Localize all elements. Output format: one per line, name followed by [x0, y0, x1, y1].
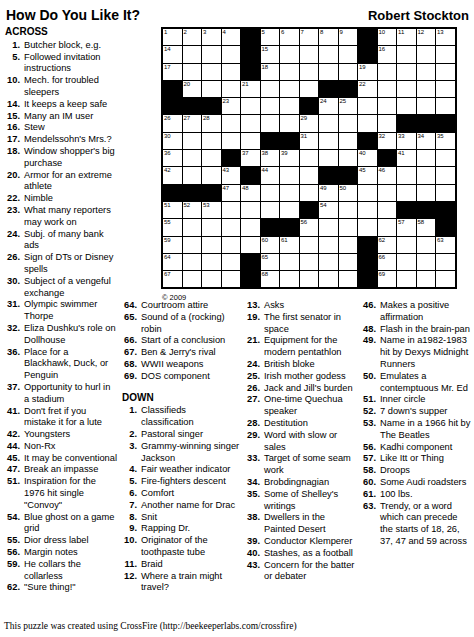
grid-cell-r12c10[interactable] — [339, 219, 358, 235]
crossword-page: How Do You Like It? Robert Stockton 1234… — [0, 0, 474, 637]
grid-cell-r7c1[interactable]: 30 — [163, 133, 182, 149]
grid-cell-r11c11[interactable] — [358, 202, 377, 218]
grid-cell-r3c9[interactable] — [319, 64, 338, 80]
clue-text: Break an impasse — [24, 464, 98, 474]
grid-cell-r2c14[interactable] — [417, 46, 436, 62]
grid-cell-r11c2[interactable]: 52 — [183, 202, 202, 218]
clue-number: 12. — [122, 571, 137, 583]
black-square — [241, 167, 260, 183]
black-square — [241, 271, 260, 287]
clue-across-15: 15.Many an IM user — [5, 111, 118, 123]
grid-cell-r15c13[interactable] — [397, 271, 416, 287]
clue-across-32: 32.Eliza Dushku's role on Dollhouse — [5, 323, 118, 347]
grid-cell-r6c10[interactable] — [339, 115, 358, 131]
grid-cell-r14c14[interactable] — [417, 254, 436, 270]
grid-cell-r5c6[interactable] — [261, 98, 280, 114]
grid-cell-r2c8[interactable] — [300, 46, 319, 62]
grid-cell-r6c7[interactable] — [280, 115, 299, 131]
clue-number: 42. — [5, 429, 20, 441]
grid-cell-r10c8[interactable] — [300, 185, 319, 201]
cell-number-1: 1 — [164, 29, 167, 36]
grid-cell-r10c13[interactable] — [397, 185, 416, 201]
grid-cell-r9c11[interactable]: 45 — [358, 167, 377, 183]
grid-cell-r7c5[interactable] — [241, 133, 260, 149]
grid-cell-r15c14[interactable] — [417, 271, 436, 287]
black-square — [241, 64, 260, 80]
clue-text: Subject of a vengeful exchange — [24, 276, 111, 298]
grid-cell-r4c15[interactable] — [436, 81, 455, 97]
grid-cell-r4c13[interactable] — [397, 81, 416, 97]
grid-cell-r1c10[interactable]: 9 — [339, 29, 358, 45]
grid-cell-r1c3[interactable]: 3 — [202, 29, 221, 45]
grid-cell-r13c5[interactable] — [241, 237, 260, 253]
clue-across-23: 23.What many reporters may work on — [5, 205, 118, 229]
grid-cell-r13c14[interactable] — [417, 237, 436, 253]
puzzle-title: How Do You Like It? — [6, 7, 140, 23]
clue-across-1: 1.Butcher block, e.g. — [5, 40, 118, 52]
grid-cell-r9c14[interactable] — [417, 167, 436, 183]
grid-cell-r14c8[interactable] — [300, 254, 319, 270]
grid-cell-r10c14[interactable] — [417, 185, 436, 201]
grid-cell-r9c2[interactable] — [183, 167, 202, 183]
clue-down-39: 39.Conductor Klemperer — [245, 536, 358, 548]
clue-number: 1. — [122, 405, 137, 417]
grid-cell-r12c4[interactable] — [222, 219, 241, 235]
clue-down-57: 57.Like Itt or Thing — [361, 453, 472, 465]
grid-cell-r14c4[interactable] — [222, 254, 241, 270]
clue-down-53: 53.Name in a 1966 hit by The Beatles — [361, 418, 472, 442]
cell-number-12: 12 — [418, 29, 425, 36]
clue-text: Subj. of many bank ads — [24, 229, 104, 251]
grid-cell-r3c10[interactable] — [339, 64, 358, 80]
grid-cell-r10c15[interactable] — [436, 185, 455, 201]
grid-cell-r1c2[interactable]: 2 — [183, 29, 202, 45]
grid-cell-r15c9[interactable] — [319, 271, 338, 287]
grid-cell-r3c15[interactable] — [436, 64, 455, 80]
grid-cell-r15c4[interactable] — [222, 271, 241, 287]
grid-cell-r9c15[interactable] — [436, 167, 455, 183]
grid-cell-r14c2[interactable] — [183, 254, 202, 270]
clue-across-62: 62."Sure thing!" — [5, 582, 118, 594]
grid-cell-r3c1[interactable]: 17 — [163, 64, 182, 80]
clue-number: 24. — [245, 359, 260, 371]
grid-cell-r5c5[interactable] — [241, 98, 260, 114]
cell-number-19: 19 — [359, 64, 366, 71]
clue-down-52: 52.7 down's supper — [361, 406, 472, 418]
cell-number-48: 48 — [242, 185, 249, 192]
grid-cell-r13c6[interactable]: 60 — [261, 237, 280, 253]
black-square — [280, 219, 299, 235]
clue-number: 15. — [5, 111, 20, 123]
grid-cell-r1c8[interactable]: 7 — [300, 29, 319, 45]
grid-cell-r1c1[interactable]: 1 — [163, 29, 182, 45]
grid-cell-r5c7[interactable] — [280, 98, 299, 114]
clue-number: 27. — [245, 394, 260, 406]
grid-cell-r13c4[interactable] — [222, 237, 241, 253]
clue-text: Pastoral singer — [141, 429, 203, 439]
cell-number-65: 65 — [262, 254, 269, 261]
grid-cell-r12c13[interactable]: 57 — [397, 219, 416, 235]
clue-text: Destitution — [264, 418, 308, 428]
grid-cell-r11c1[interactable]: 51 — [163, 202, 182, 218]
grid-cell-r6c6[interactable] — [261, 115, 280, 131]
grid-cell-r9c3[interactable] — [202, 167, 221, 183]
grid-cell-r6c9[interactable] — [319, 115, 338, 131]
grid-cell-r6c12[interactable] — [378, 115, 397, 131]
clue-across-66: 66.Start of a conclusion — [122, 335, 240, 347]
clue-number: 5. — [122, 476, 137, 488]
grid-cell-r7c12[interactable]: 32 — [378, 133, 397, 149]
grid-cell-r2c10[interactable] — [339, 46, 358, 62]
cell-number-57: 57 — [398, 219, 405, 226]
grid-cell-r11c10[interactable] — [339, 202, 358, 218]
clue-text: Stew — [24, 122, 45, 132]
black-square — [319, 81, 338, 97]
grid-cell-r9c4[interactable]: 43 — [222, 167, 241, 183]
clue-text: Trendy, or a word which can precede the … — [380, 501, 467, 546]
grid-cell-r15c12[interactable]: 69 — [378, 271, 397, 287]
grid-cell-r7c8[interactable]: 31 — [300, 133, 319, 149]
clue-down-3: 3.Grammy-winning singer Jackson — [122, 441, 240, 465]
across-clues-column: ACROSS 1.Butcher block, e.g.5.Followed i… — [5, 26, 118, 594]
grid-cell-r5c15[interactable] — [436, 98, 455, 114]
across-clues-1: 1.Butcher block, e.g.5.Followed invitati… — [5, 40, 118, 594]
grid-cell-r3c2[interactable] — [183, 64, 202, 80]
black-square — [163, 98, 182, 114]
grid-cell-r3c4[interactable] — [222, 64, 241, 80]
grid-cell-r9c8[interactable] — [300, 167, 319, 183]
black-square — [358, 271, 377, 287]
grid-cell-r13c2[interactable] — [183, 237, 202, 253]
clue-text: Fair weather indicator — [141, 464, 230, 474]
black-square — [378, 150, 397, 166]
grid-cell-r5c13[interactable] — [397, 98, 416, 114]
grid-cell-r6c1[interactable]: 26 — [163, 115, 182, 131]
grid-cell-r13c13[interactable] — [397, 237, 416, 253]
grid-cell-r4c8[interactable] — [300, 81, 319, 97]
grid-cell-r8c8[interactable] — [300, 150, 319, 166]
grid-cell-r14c15[interactable] — [436, 254, 455, 270]
grid-cell-r7c10[interactable] — [339, 133, 358, 149]
grid-cell-r8c1[interactable]: 36 — [163, 150, 182, 166]
clue-number: 53. — [361, 418, 376, 430]
clue-text: Nimble — [24, 193, 53, 203]
grid-cell-r6c8[interactable]: 29 — [300, 115, 319, 131]
grid-cell-r7c4[interactable] — [222, 133, 241, 149]
grid-cell-r14c10[interactable] — [339, 254, 358, 270]
grid-cell-r9c1[interactable]: 42 — [163, 167, 182, 183]
grid-cell-r12c8[interactable]: 56 — [300, 219, 319, 235]
cell-number-66: 66 — [379, 254, 386, 261]
cell-number-55: 55 — [164, 219, 171, 226]
clue-text: Mech. for troubled sleepers — [24, 75, 99, 97]
grid-cell-r8c15[interactable] — [436, 150, 455, 166]
clue-number: 39. — [245, 536, 260, 548]
black-square — [358, 46, 377, 62]
grid-cell-r13c1[interactable]: 59 — [163, 237, 182, 253]
grid-cell-r2c1[interactable]: 14 — [163, 46, 182, 62]
cell-number-3: 3 — [203, 29, 206, 36]
clue-number: 49. — [361, 335, 376, 347]
grid-cell-r10c9[interactable]: 49 — [319, 185, 338, 201]
clue-text: Makes a positive affirmation — [380, 300, 449, 322]
grid-cell-r11c7[interactable] — [280, 202, 299, 218]
grid-cell-r6c5[interactable] — [241, 115, 260, 131]
grid-cell-r8c11[interactable]: 40 — [358, 150, 377, 166]
grid-cell-r5c9[interactable]: 24 — [319, 98, 338, 114]
clue-number: 36. — [5, 347, 20, 359]
grid-cell-r8c3[interactable] — [202, 150, 221, 166]
grid-cell-r12c5[interactable] — [241, 219, 260, 235]
grid-cell-r14c3[interactable] — [202, 254, 221, 270]
grid-cell-r11c12[interactable] — [378, 202, 397, 218]
grid-cell-r8c7[interactable]: 39 — [280, 150, 299, 166]
clue-across-17: 17.Mendelssohn's Mrs.? — [5, 134, 118, 146]
grid-cell-r8c14[interactable] — [417, 150, 436, 166]
grid-cell-r15c15[interactable] — [436, 271, 455, 287]
grid-cell-r12c9[interactable] — [319, 219, 338, 235]
clue-text: Concern for the batter or debater — [264, 560, 354, 582]
grid-cell-r13c12[interactable]: 62 — [378, 237, 397, 253]
grid-cell-r8c2[interactable] — [183, 150, 202, 166]
clue-down-25: 25.Irish mother godess — [245, 371, 358, 383]
grid-cell-r7c14[interactable]: 34 — [417, 133, 436, 149]
grid-cell-r5c14[interactable] — [417, 98, 436, 114]
grid-cell-r9c6[interactable]: 44 — [261, 167, 280, 183]
grid-cell-r3c11[interactable]: 19 — [358, 64, 377, 80]
grid-cell-r12c12[interactable] — [378, 219, 397, 235]
clue-text: Conductor Klemperer — [264, 536, 352, 546]
grid-cell-r10c7[interactable] — [280, 185, 299, 201]
grid-cell-r1c12[interactable]: 10 — [378, 29, 397, 45]
clue-number: 29. — [245, 430, 260, 442]
clue-down-58: 58.Droops — [361, 465, 472, 477]
grid-cell-r5c12[interactable] — [378, 98, 397, 114]
grid-cell-r8c5[interactable]: 37 — [241, 150, 260, 166]
clue-down-13: 13.Asks — [245, 300, 358, 312]
grid-cell-r4c4[interactable] — [222, 81, 241, 97]
clue-number: 67. — [122, 347, 137, 359]
grid-cell-r15c10[interactable] — [339, 271, 358, 287]
grid-cell-r14c7[interactable] — [280, 254, 299, 270]
grid-cell-r10c12[interactable] — [378, 185, 397, 201]
grid-cell-r3c7[interactable] — [280, 64, 299, 80]
grid-cell-r15c8[interactable] — [300, 271, 319, 287]
grid-cell-r14c12[interactable]: 66 — [378, 254, 397, 270]
clue-down-24: 24.British bloke — [245, 359, 358, 371]
grid-cell-r13c10[interactable] — [339, 237, 358, 253]
clue-down-50: 50.Emulates a contemptuous Mr. Ed — [361, 371, 472, 395]
grid-cell-r1c14[interactable]: 12 — [417, 29, 436, 45]
black-square — [436, 115, 455, 131]
clue-across-16: 16.Stew — [5, 122, 118, 134]
grid-cell-r3c12[interactable] — [378, 64, 397, 80]
clue-number: 58. — [361, 465, 376, 477]
cell-number-17: 17 — [164, 64, 171, 71]
grid-cell-r7c15[interactable]: 35 — [436, 133, 455, 149]
grid-cell-r1c15[interactable]: 13 — [436, 29, 455, 45]
clue-text: Inner circle — [380, 394, 425, 404]
grid-cell-r15c1[interactable]: 67 — [163, 271, 182, 287]
grid-cell-r15c7[interactable] — [280, 271, 299, 287]
cell-number-8: 8 — [320, 29, 323, 36]
grid-cell-r4c12[interactable] — [378, 81, 397, 97]
grid-cell-r4c3[interactable] — [202, 81, 221, 97]
grid-cell-r6c11[interactable] — [358, 115, 377, 131]
clue-text: Equipment for the modern pentathlon — [264, 335, 342, 357]
grid-cell-r2c13[interactable] — [397, 46, 416, 62]
grid-cell-r6c3[interactable]: 28 — [202, 115, 221, 131]
grid-cell-r2c6[interactable]: 15 — [261, 46, 280, 62]
grid-cell-r11c6[interactable] — [261, 202, 280, 218]
cell-number-45: 45 — [359, 167, 366, 174]
grid-cell-r15c3[interactable] — [202, 271, 221, 287]
grid-cell-r14c1[interactable]: 64 — [163, 254, 182, 270]
grid-cell-r7c13[interactable]: 33 — [397, 133, 416, 149]
grid-cell-r13c15[interactable]: 63 — [436, 237, 455, 253]
grid-cell-r12c1[interactable]: 55 — [163, 219, 182, 235]
grid-cell-r1c13[interactable]: 11 — [397, 29, 416, 45]
grid-cell-r1c4[interactable]: 4 — [222, 29, 241, 45]
clue-number: 61. — [361, 489, 376, 501]
black-square — [300, 98, 319, 114]
clue-number: 13. — [245, 300, 260, 312]
clue-down-51: 51.Inner circle — [361, 394, 472, 406]
clue-text: Dwellers in the Painted Desert — [264, 512, 326, 534]
grid-cell-r10c10[interactable]: 50 — [339, 185, 358, 201]
grid-cell-r15c2[interactable] — [183, 271, 202, 287]
grid-cell-r3c8[interactable] — [300, 64, 319, 80]
grid-cell-r5c4[interactable]: 23 — [222, 98, 241, 114]
clue-number: 22. — [5, 193, 20, 205]
grid-cell-r3c14[interactable] — [417, 64, 436, 80]
grid-cell-r10c4[interactable]: 47 — [222, 185, 241, 201]
clue-down-1: 1.Classifieds classification — [122, 405, 240, 429]
cell-number-52: 52 — [184, 202, 191, 209]
grid-cell-r1c6[interactable]: 5 — [261, 29, 280, 45]
grid-cell-r14c6[interactable]: 65 — [261, 254, 280, 270]
grid-cell-r1c9[interactable]: 8 — [319, 29, 338, 45]
grid-cell-r2c2[interactable] — [183, 46, 202, 62]
grid-cell-r10c6[interactable] — [261, 185, 280, 201]
grid-cell-r9c13[interactable] — [397, 167, 416, 183]
grid-cell-r11c4[interactable] — [222, 202, 241, 218]
grid-cell-r9c12[interactable]: 46 — [378, 167, 397, 183]
grid-cell-r2c12[interactable]: 16 — [378, 46, 397, 62]
grid-cell-r3c3[interactable] — [202, 64, 221, 80]
cell-number-50: 50 — [340, 185, 347, 192]
grid-cell-r8c10[interactable] — [339, 150, 358, 166]
grid-cell-r11c5[interactable] — [241, 202, 260, 218]
grid-cell-r15c6[interactable]: 68 — [261, 271, 280, 287]
clue-across-26: 26.Sign of DTs or Disney spells — [5, 252, 118, 276]
cell-number-9: 9 — [340, 29, 343, 36]
clue-number: 6. — [122, 488, 137, 500]
grid-cell-r13c3[interactable] — [202, 237, 221, 253]
clues-column-3: 13.Asks19.The first senator in space21.E… — [245, 300, 358, 583]
cell-number-51: 51 — [164, 202, 171, 209]
grid-cell-r12c2[interactable] — [183, 219, 202, 235]
clue-text: Opportunity to hurl in a stadium — [24, 382, 110, 404]
clue-down-63: 63.Trendy, or a word which can precede t… — [361, 501, 472, 548]
grid-cell-r5c10[interactable]: 25 — [339, 98, 358, 114]
grid-cell-r7c2[interactable] — [183, 133, 202, 149]
cell-number-64: 64 — [164, 254, 171, 261]
grid-cell-r14c13[interactable] — [397, 254, 416, 270]
grid-cell-r4c7[interactable] — [280, 81, 299, 97]
black-square — [436, 202, 455, 218]
grid-cell-r7c3[interactable] — [202, 133, 221, 149]
grid-cell-r6c4[interactable] — [222, 115, 241, 131]
grid-cell-r8c9[interactable] — [319, 150, 338, 166]
grid-cell-r10c5[interactable]: 48 — [241, 185, 260, 201]
clue-down-27: 27.One-time Quechua speaker — [245, 394, 358, 418]
grid-cell-r11c9[interactable]: 54 — [319, 202, 338, 218]
grid-cell-r14c9[interactable] — [319, 254, 338, 270]
clue-across-22: 22.Nimble — [5, 193, 118, 205]
grid-cell-r8c13[interactable]: 41 — [397, 150, 416, 166]
clue-text: Target of some seam work — [264, 453, 351, 475]
clue-text: British bloke — [264, 359, 315, 369]
grid-cell-r8c6[interactable]: 38 — [261, 150, 280, 166]
grid-cell-r4c6[interactable] — [261, 81, 280, 97]
clue-text: It keeps a keep safe — [24, 99, 107, 109]
clue-number: 17. — [5, 134, 20, 146]
cell-number-41: 41 — [398, 150, 405, 157]
grid-cell-r2c7[interactable] — [280, 46, 299, 62]
clue-down-21: 21.Equipment for the modern pentathlon — [245, 335, 358, 359]
grid-cell-r9c7[interactable] — [280, 167, 299, 183]
clue-down-56: 56.Kadhi component — [361, 442, 472, 454]
grid-cell-r2c3[interactable] — [202, 46, 221, 62]
grid-cell-r6c2[interactable]: 27 — [183, 115, 202, 131]
clue-number: 7. — [122, 500, 137, 512]
cell-number-61: 61 — [281, 237, 288, 244]
grid-cell-r4c2[interactable]: 20 — [183, 81, 202, 97]
grid-cell-r12c14[interactable]: 58 — [417, 219, 436, 235]
grid-cell-r4c14[interactable] — [417, 81, 436, 97]
grid-cell-r2c9[interactable] — [319, 46, 338, 62]
grid-cell-r13c8[interactable] — [300, 237, 319, 253]
grid-cell-r12c11[interactable] — [358, 219, 377, 235]
clue-across-41: 41.Don't fret if you mistake it for a lu… — [5, 406, 118, 430]
down-header: DOWN — [122, 392, 240, 404]
clue-number: 23. — [5, 205, 20, 217]
grid-cell-r1c7[interactable]: 6 — [280, 29, 299, 45]
cell-number-43: 43 — [223, 167, 230, 174]
grid-cell-r4c5[interactable]: 21 — [241, 81, 260, 97]
grid-cell-r12c3[interactable] — [202, 219, 221, 235]
grid-cell-r13c7[interactable]: 61 — [280, 237, 299, 253]
clue-text: Kadhi component — [380, 442, 452, 452]
grid-cell-r11c3[interactable]: 53 — [202, 202, 221, 218]
grid-cell-r3c6[interactable]: 18 — [261, 64, 280, 80]
cell-number-69: 69 — [379, 271, 386, 278]
clue-down-43: 43.Concern for the batter or debater — [245, 560, 358, 584]
grid-cell-r13c9[interactable] — [319, 237, 338, 253]
grid-cell-r2c4[interactable] — [222, 46, 241, 62]
cell-number-4: 4 — [223, 29, 226, 36]
clue-number: 38. — [245, 512, 260, 524]
grid-cell-r7c9[interactable] — [319, 133, 338, 149]
grid-cell-r4c11[interactable]: 22 — [358, 81, 377, 97]
grid-cell-r10c11[interactable] — [358, 185, 377, 201]
grid-cell-r3c13[interactable] — [397, 64, 416, 80]
clue-down-7: 7.Another name for Drac — [122, 500, 240, 512]
grid-cell-r2c15[interactable] — [436, 46, 455, 62]
across-header: ACROSS — [5, 26, 118, 38]
grid-cell-r5c11[interactable] — [358, 98, 377, 114]
